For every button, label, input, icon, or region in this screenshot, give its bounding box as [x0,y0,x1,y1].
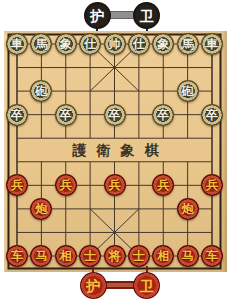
piece-green-elephant[interactable]: 象 [55,33,77,55]
piece-red-chariot[interactable]: 车 [201,245,223,267]
piece-green-soldier[interactable]: 卒 [104,104,126,126]
piece-red-advisor[interactable]: 士 [128,245,150,267]
piece-green-chariot[interactable]: 車 [201,33,223,55]
piece-green-advisor[interactable]: 仕 [128,33,150,55]
app-screenshot: 护 卫 護衛象棋 車馬象仕帅仕象馬車砲砲卒卒卒卒卒兵兵兵兵兵炮炮车马相士将士相马… [0,0,231,300]
piece-red-advisor[interactable]: 士 [79,245,101,267]
logo-circle-wei: 卫 [133,272,160,299]
piece-red-general[interactable]: 将 [104,245,126,267]
piece-red-horse[interactable]: 马 [177,245,199,267]
piece-green-general[interactable]: 帅 [104,33,126,55]
piece-green-cannon[interactable]: 砲 [177,80,199,102]
piece-red-soldier[interactable]: 兵 [104,174,126,196]
piece-green-soldier[interactable]: 卒 [201,104,223,126]
piece-red-soldier[interactable]: 兵 [55,174,77,196]
piece-green-advisor[interactable]: 仕 [79,33,101,55]
piece-green-soldier[interactable]: 卒 [55,104,77,126]
logo-circle-wei: 卫 [133,2,160,29]
river-title: 護衛象棋 [4,140,227,161]
piece-red-cannon[interactable]: 炮 [177,198,199,220]
piece-red-elephant[interactable]: 相 [55,245,77,267]
xiangqi-board: 護衛象棋 車馬象仕帅仕象馬車砲砲卒卒卒卒卒兵兵兵兵兵炮炮车马相士将士相马车 [4,31,227,272]
piece-red-chariot[interactable]: 车 [6,245,28,267]
barbell-bar-icon [106,281,136,289]
logo-circle-hu: 护 [80,272,107,299]
piece-green-soldier[interactable]: 卒 [152,104,174,126]
piece-green-chariot[interactable]: 車 [6,33,28,55]
piece-green-soldier[interactable]: 卒 [6,104,28,126]
logo-circle-hu: 护 [84,2,111,29]
piece-green-horse[interactable]: 馬 [177,33,199,55]
